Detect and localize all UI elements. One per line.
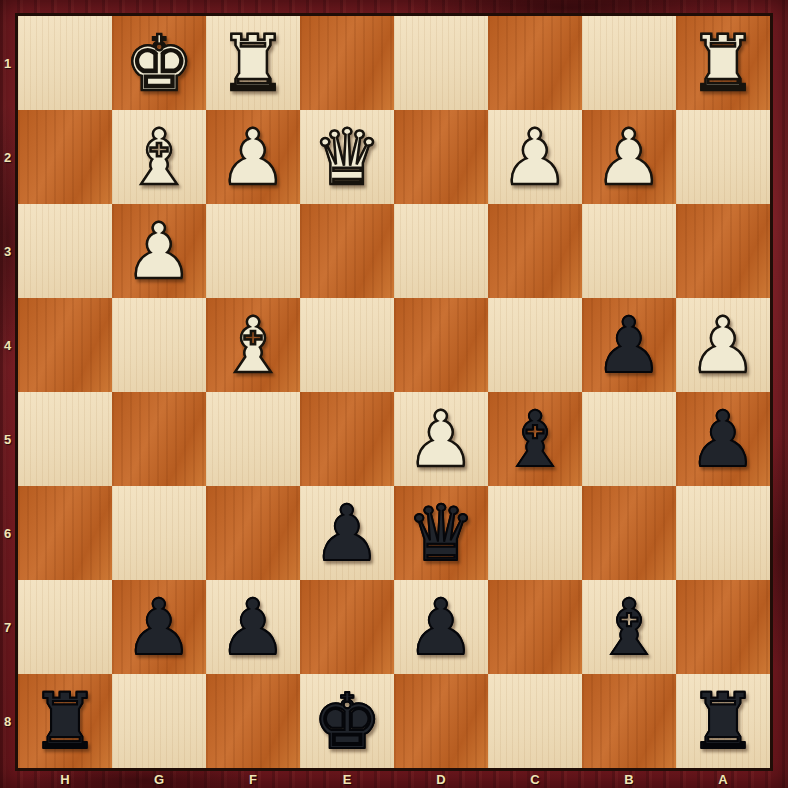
piece-white-queen[interactable]: ♛ [300,110,394,204]
square-a4[interactable]: ♟ [676,298,770,392]
square-b1[interactable] [582,16,676,110]
square-c2[interactable]: ♟ [488,110,582,204]
square-f6[interactable] [206,486,300,580]
square-f3[interactable] [206,204,300,298]
board-frame: ♚♜♜♝♟♛♟♟♟♝♟♟♟♝♟♟♛♟♟♟♝♜♚♜ 12345678HGFEDCB… [0,0,788,788]
file-label-e: E [300,770,394,788]
square-e1[interactable] [300,16,394,110]
square-e3[interactable] [300,204,394,298]
square-h4[interactable] [18,298,112,392]
file-label-h: H [18,770,112,788]
square-a3[interactable] [676,204,770,298]
square-e4[interactable] [300,298,394,392]
square-a1[interactable]: ♜ [676,16,770,110]
square-c4[interactable] [488,298,582,392]
rank-label-2: 2 [0,110,15,204]
piece-black-rook[interactable]: ♜ [676,674,770,768]
piece-black-pawn[interactable]: ♟ [206,580,300,674]
square-g7[interactable]: ♟ [112,580,206,674]
rank-label-4: 4 [0,298,15,392]
piece-white-pawn[interactable]: ♟ [676,298,770,392]
piece-black-pawn[interactable]: ♟ [676,392,770,486]
square-h5[interactable] [18,392,112,486]
piece-white-pawn[interactable]: ♟ [488,110,582,204]
piece-white-bishop[interactable]: ♝ [112,110,206,204]
square-h3[interactable] [18,204,112,298]
piece-white-pawn[interactable]: ♟ [112,204,206,298]
square-a7[interactable] [676,580,770,674]
square-h2[interactable] [18,110,112,204]
square-g4[interactable] [112,298,206,392]
square-d1[interactable] [394,16,488,110]
rank-label-6: 6 [0,486,15,580]
square-b4[interactable]: ♟ [582,298,676,392]
square-c3[interactable] [488,204,582,298]
square-d3[interactable] [394,204,488,298]
square-d5[interactable]: ♟ [394,392,488,486]
square-d8[interactable] [394,674,488,768]
square-f8[interactable] [206,674,300,768]
square-c8[interactable] [488,674,582,768]
square-c5[interactable]: ♝ [488,392,582,486]
square-b7[interactable]: ♝ [582,580,676,674]
piece-white-king[interactable]: ♚ [112,16,206,110]
file-label-d: D [394,770,488,788]
rank-label-8: 8 [0,674,15,768]
piece-black-queen[interactable]: ♛ [394,486,488,580]
square-g6[interactable] [112,486,206,580]
square-d6[interactable]: ♛ [394,486,488,580]
piece-black-pawn[interactable]: ♟ [582,298,676,392]
square-g2[interactable]: ♝ [112,110,206,204]
square-e5[interactable] [300,392,394,486]
square-h7[interactable] [18,580,112,674]
square-g5[interactable] [112,392,206,486]
rank-label-3: 3 [0,204,15,298]
square-h6[interactable] [18,486,112,580]
square-a5[interactable]: ♟ [676,392,770,486]
square-d2[interactable] [394,110,488,204]
piece-white-rook[interactable]: ♜ [206,16,300,110]
piece-white-bishop[interactable]: ♝ [206,298,300,392]
square-e8[interactable]: ♚ [300,674,394,768]
square-f1[interactable]: ♜ [206,16,300,110]
square-d4[interactable] [394,298,488,392]
rank-label-1: 1 [0,16,15,110]
piece-white-pawn[interactable]: ♟ [206,110,300,204]
square-h1[interactable] [18,16,112,110]
piece-white-rook[interactable]: ♜ [676,16,770,110]
piece-black-rook[interactable]: ♜ [18,674,112,768]
square-e6[interactable]: ♟ [300,486,394,580]
square-d7[interactable]: ♟ [394,580,488,674]
square-f2[interactable]: ♟ [206,110,300,204]
square-c7[interactable] [488,580,582,674]
square-g3[interactable]: ♟ [112,204,206,298]
square-b2[interactable]: ♟ [582,110,676,204]
square-a6[interactable] [676,486,770,580]
square-e2[interactable]: ♛ [300,110,394,204]
square-a2[interactable] [676,110,770,204]
piece-white-pawn[interactable]: ♟ [582,110,676,204]
piece-black-pawn[interactable]: ♟ [112,580,206,674]
square-e7[interactable] [300,580,394,674]
square-b5[interactable] [582,392,676,486]
square-b8[interactable] [582,674,676,768]
file-label-a: A [676,770,770,788]
square-h8[interactable]: ♜ [18,674,112,768]
rank-label-7: 7 [0,580,15,674]
square-f7[interactable]: ♟ [206,580,300,674]
square-b3[interactable] [582,204,676,298]
rank-label-5: 5 [0,392,15,486]
piece-white-pawn[interactable]: ♟ [394,392,488,486]
square-c6[interactable] [488,486,582,580]
file-label-f: F [206,770,300,788]
file-label-c: C [488,770,582,788]
chess-board: ♚♜♜♝♟♛♟♟♟♝♟♟♟♝♟♟♛♟♟♟♝♜♚♜ [15,13,773,771]
square-f4[interactable]: ♝ [206,298,300,392]
square-b6[interactable] [582,486,676,580]
piece-black-king[interactable]: ♚ [300,674,394,768]
piece-black-pawn[interactable]: ♟ [300,486,394,580]
square-a8[interactable]: ♜ [676,674,770,768]
piece-black-bishop[interactable]: ♝ [488,392,582,486]
piece-black-pawn[interactable]: ♟ [394,580,488,674]
file-label-g: G [112,770,206,788]
square-g1[interactable]: ♚ [112,16,206,110]
piece-black-bishop[interactable]: ♝ [582,580,676,674]
square-g8[interactable] [112,674,206,768]
square-f5[interactable] [206,392,300,486]
file-label-b: B [582,770,676,788]
square-c1[interactable] [488,16,582,110]
